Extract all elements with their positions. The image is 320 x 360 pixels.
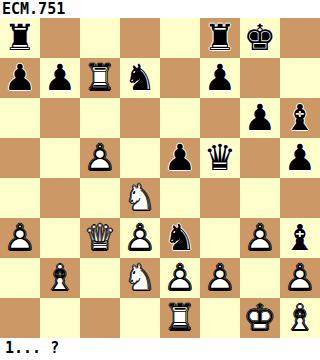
square-d5[interactable] [120,138,160,178]
square-e8[interactable] [160,18,200,58]
square-a4[interactable] [0,178,40,218]
piece-black-rook: ♜ [200,18,240,58]
square-c7[interactable]: ♜♖ [80,58,120,98]
square-f2[interactable]: ♟♙ [200,258,240,298]
square-e4[interactable] [160,178,200,218]
square-c5[interactable]: ♟♙ [80,138,120,178]
square-c4[interactable] [80,178,120,218]
move-prompt: 1... ? [0,338,320,360]
piece-white-knight: ♞♘ [120,258,160,298]
chess-board: ♜♜♚♟♟♜♖♞♟♟♝♟♙♟♛♟♞♘♟♙♛♕♟♙♞♟♙♝♝♗♞♘♟♙♟♙♟♙♜♖… [0,18,320,338]
piece-white-pawn: ♟♙ [160,258,200,298]
piece-white-bishop: ♝♗ [280,298,320,338]
square-g2[interactable] [240,258,280,298]
square-h7[interactable] [280,58,320,98]
piece-white-pawn: ♟♙ [120,218,160,258]
piece-white-pawn: ♟♙ [280,258,320,298]
square-a2[interactable] [0,258,40,298]
square-h8[interactable] [280,18,320,58]
piece-black-pawn: ♟ [240,98,280,138]
square-f7[interactable]: ♟ [200,58,240,98]
square-h1[interactable]: ♝♗ [280,298,320,338]
square-g4[interactable] [240,178,280,218]
square-a7[interactable]: ♟ [0,58,40,98]
square-f3[interactable] [200,218,240,258]
square-a1[interactable] [0,298,40,338]
piece-white-pawn: ♟♙ [200,258,240,298]
square-e7[interactable] [160,58,200,98]
piece-black-pawn: ♟ [160,138,200,178]
square-d6[interactable] [120,98,160,138]
piece-black-knight: ♞ [160,218,200,258]
piece-white-rook: ♜♖ [80,58,120,98]
square-c3[interactable]: ♛♕ [80,218,120,258]
square-b2[interactable]: ♝♗ [40,258,80,298]
square-c2[interactable] [80,258,120,298]
square-h6[interactable]: ♝ [280,98,320,138]
square-f6[interactable] [200,98,240,138]
square-f1[interactable] [200,298,240,338]
puzzle-id: ECM.751 [0,0,320,18]
square-c8[interactable] [80,18,120,58]
square-d8[interactable] [120,18,160,58]
square-f8[interactable]: ♜ [200,18,240,58]
square-b7[interactable]: ♟ [40,58,80,98]
piece-white-knight: ♞♘ [120,178,160,218]
piece-white-pawn: ♟♙ [240,218,280,258]
square-a6[interactable] [0,98,40,138]
square-g1[interactable]: ♚♔ [240,298,280,338]
piece-black-queen: ♛ [200,138,240,178]
square-d3[interactable]: ♟♙ [120,218,160,258]
piece-black-king: ♚ [240,18,280,58]
piece-white-pawn: ♟♙ [80,138,120,178]
piece-white-king: ♚♔ [240,298,280,338]
square-c1[interactable] [80,298,120,338]
square-e1[interactable]: ♜♖ [160,298,200,338]
square-a8[interactable]: ♜ [0,18,40,58]
square-b5[interactable] [40,138,80,178]
piece-black-knight: ♞ [120,58,160,98]
square-b3[interactable] [40,218,80,258]
square-e5[interactable]: ♟ [160,138,200,178]
square-c6[interactable] [80,98,120,138]
square-a3[interactable]: ♟♙ [0,218,40,258]
square-d1[interactable] [120,298,160,338]
square-g8[interactable]: ♚ [240,18,280,58]
square-f4[interactable] [200,178,240,218]
square-e6[interactable] [160,98,200,138]
square-b4[interactable] [40,178,80,218]
square-g6[interactable]: ♟ [240,98,280,138]
piece-black-rook: ♜ [0,18,40,58]
piece-black-pawn: ♟ [200,58,240,98]
square-f5[interactable]: ♛ [200,138,240,178]
piece-white-bishop: ♝♗ [40,258,80,298]
square-a5[interactable] [0,138,40,178]
square-b1[interactable] [40,298,80,338]
square-g7[interactable] [240,58,280,98]
square-e3[interactable]: ♞ [160,218,200,258]
piece-black-pawn: ♟ [280,138,320,178]
square-d7[interactable]: ♞ [120,58,160,98]
square-d4[interactable]: ♞♘ [120,178,160,218]
square-g5[interactable] [240,138,280,178]
square-b8[interactable] [40,18,80,58]
square-d2[interactable]: ♞♘ [120,258,160,298]
square-h2[interactable]: ♟♙ [280,258,320,298]
square-h4[interactable] [280,178,320,218]
piece-black-bishop: ♝ [280,218,320,258]
square-e2[interactable]: ♟♙ [160,258,200,298]
piece-white-rook: ♜♖ [160,298,200,338]
square-h5[interactable]: ♟ [280,138,320,178]
square-g3[interactable]: ♟♙ [240,218,280,258]
square-h3[interactable]: ♝ [280,218,320,258]
piece-white-queen: ♛♕ [80,218,120,258]
piece-black-pawn: ♟ [40,58,80,98]
piece-black-bishop: ♝ [280,98,320,138]
piece-white-pawn: ♟♙ [0,218,40,258]
piece-black-pawn: ♟ [0,58,40,98]
square-b6[interactable] [40,98,80,138]
